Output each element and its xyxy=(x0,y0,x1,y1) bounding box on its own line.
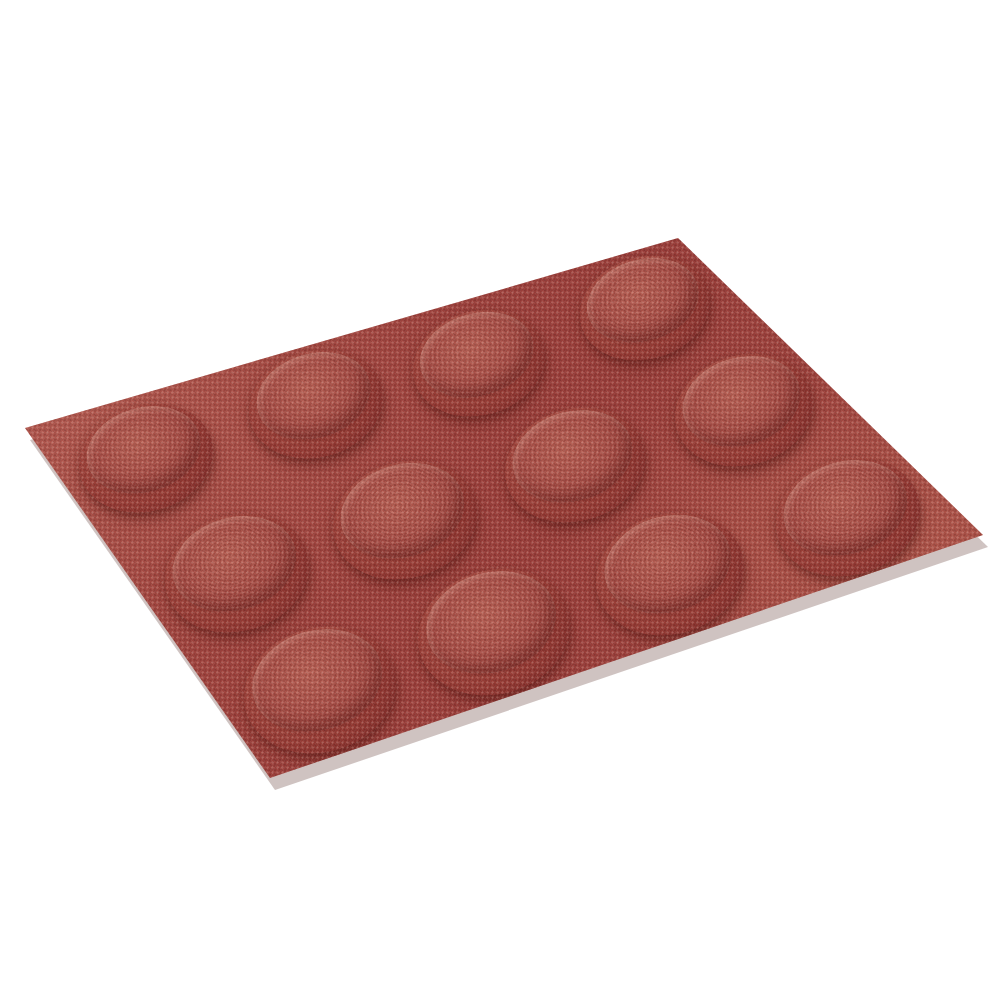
product-photo xyxy=(0,0,1000,1000)
mould-dome-top-face xyxy=(410,299,544,411)
mould-dome-top-face xyxy=(577,245,709,355)
mould-dome xyxy=(319,444,491,596)
mould-dome-top-face xyxy=(414,557,569,689)
mould-dome-top-face xyxy=(592,501,742,629)
mould-dome-top-face xyxy=(672,343,812,461)
mould-dome xyxy=(151,497,323,649)
mould-dome-top-face xyxy=(246,339,382,453)
mould-dome-top-face xyxy=(501,396,643,516)
mould-dome-top-face xyxy=(329,449,475,573)
mould-dome-top-face xyxy=(240,615,395,747)
mould-dome xyxy=(567,241,722,375)
mould-dome xyxy=(491,392,658,539)
mould-dome xyxy=(236,334,396,473)
mould-dome xyxy=(66,388,226,527)
mould-dome xyxy=(400,295,557,432)
mould-dome-top-face xyxy=(161,502,307,626)
mould-dome-top-face xyxy=(772,446,918,570)
mould-dome-top-face xyxy=(76,393,212,507)
mould-dome xyxy=(662,338,827,482)
silicone-baking-mat xyxy=(0,0,1000,1000)
